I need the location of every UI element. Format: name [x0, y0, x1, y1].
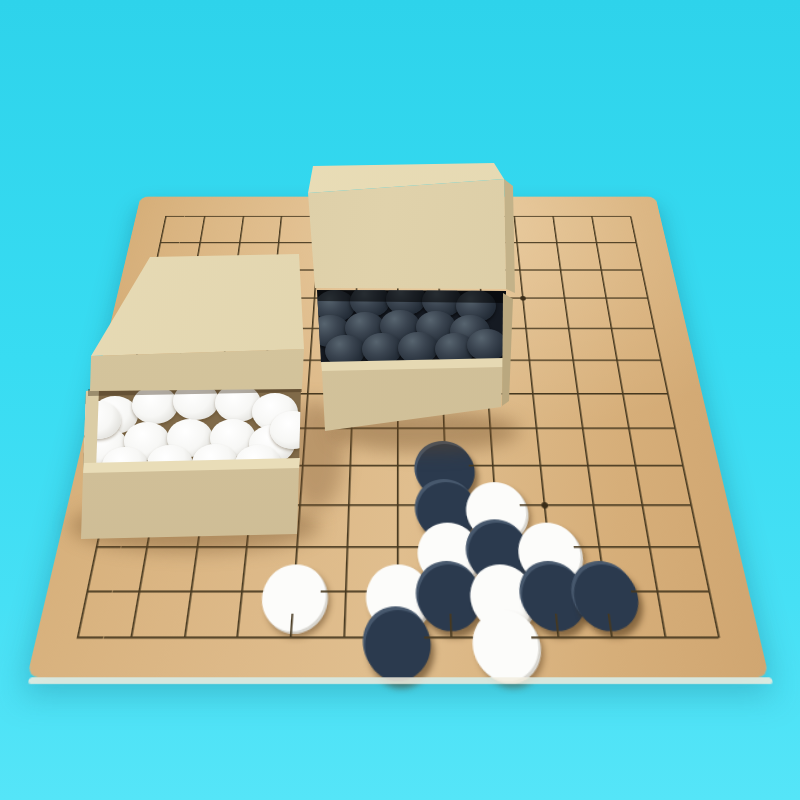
board-cell: [515, 447, 566, 485]
board-cell: [582, 614, 642, 662]
board-cell: [424, 614, 479, 662]
board-cell: [670, 526, 729, 569]
board-cell: [592, 344, 641, 376]
board-cell: [532, 204, 574, 229]
board-cell: [566, 485, 620, 525]
board-cell: [535, 229, 578, 256]
board-cell: [530, 614, 589, 662]
board-cell: [321, 526, 373, 569]
board-cell: [217, 229, 260, 256]
board-cell: ●: [423, 526, 475, 569]
board-cell: [636, 344, 687, 376]
star-point: [520, 296, 526, 301]
board-cell: [609, 447, 663, 485]
board-cell: [99, 614, 161, 662]
board-cell: [579, 256, 624, 284]
board-cell: [182, 204, 225, 229]
board-cell: [214, 568, 271, 614]
board-cell: [177, 229, 221, 256]
board-cell: [208, 614, 267, 662]
board-cell: [553, 377, 603, 411]
board-cell: [588, 313, 636, 344]
board-cell: ●: [371, 614, 425, 662]
board-cell: ●: [477, 614, 534, 662]
board-cell: [317, 614, 372, 662]
board-cell: ●: [526, 568, 583, 614]
board-cell: ●: [266, 568, 321, 614]
board-cell: [154, 614, 214, 662]
board-cell: [222, 204, 264, 229]
board-cell: [509, 377, 558, 411]
star-point: [541, 502, 548, 508]
board-cell: [562, 447, 615, 485]
go-set-photo: ●●●●●●●●●●●●●●: [0, 0, 800, 800]
board-cell: [261, 204, 302, 229]
board-cell: ●: [522, 526, 577, 569]
board-cell: [621, 526, 679, 569]
board-cell: [574, 229, 618, 256]
board-cell: [663, 485, 720, 525]
board-cell: [687, 614, 751, 662]
board-cell: [570, 204, 613, 229]
board-cell: [597, 377, 648, 411]
board-cell: ●: [372, 568, 425, 614]
board-cell: [571, 526, 627, 569]
board-cell: [614, 229, 659, 256]
board-cell: [319, 568, 372, 614]
board-cell: [468, 447, 518, 485]
board-cell: [372, 526, 423, 569]
board-cell: [56, 568, 117, 614]
board-cell: [679, 568, 740, 614]
board-cell: ●: [470, 485, 522, 525]
board-cell: [45, 614, 109, 662]
board-cell: [374, 447, 422, 485]
board-cell: [538, 256, 583, 284]
board-cell: ●: [424, 568, 477, 614]
board-cell: [619, 256, 665, 284]
board-cell: [583, 284, 630, 313]
board-cell: [609, 204, 653, 229]
board-cell: [630, 313, 679, 344]
black-stone-in-box: [398, 332, 438, 365]
board-cell: ●: [472, 526, 525, 569]
board-cell: [615, 485, 671, 525]
board-cell: [161, 568, 219, 614]
board-cell: [262, 614, 319, 662]
board-cell: ●: [422, 485, 472, 525]
board-cell: [137, 229, 182, 256]
board-cell: [642, 377, 694, 411]
board-cell: [648, 411, 702, 447]
board-cell: [549, 344, 597, 376]
board-cell: [545, 313, 592, 344]
board-cell: [518, 485, 571, 525]
board-cell: ●: [421, 447, 470, 485]
board-cell: [143, 204, 187, 229]
board-cell: ●: [577, 568, 635, 614]
board-cell: [542, 284, 588, 313]
board-cell: [603, 411, 655, 447]
board-cell: [373, 485, 423, 525]
board-cell: [557, 411, 608, 447]
board-cell: [655, 447, 710, 485]
board-cell: [258, 229, 300, 256]
board-cell: [628, 568, 688, 614]
board-cell: [109, 568, 169, 614]
black-stone-in-box: [467, 329, 507, 362]
board-cell: [624, 284, 672, 313]
board-cell: ●: [475, 568, 530, 614]
board-cell: [506, 344, 553, 376]
board-cell: [635, 614, 697, 662]
